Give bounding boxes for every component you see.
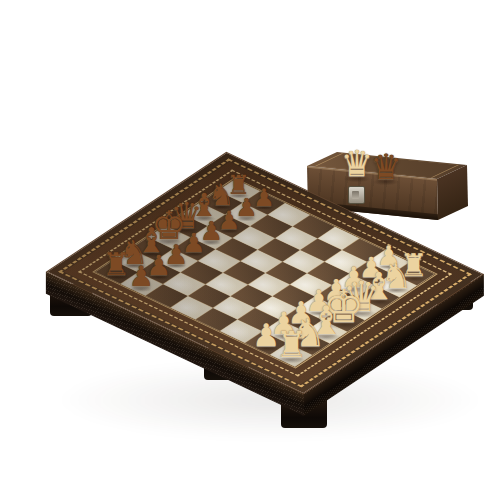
piece-white-queen: ♛ (341, 146, 373, 182)
piece-black-rook: ♜ (102, 249, 130, 280)
pieces-layer: ♛♛♜♞♟♝♟♛♟♚♟♝♟♞♟♟♜♟♟♜♟♟♞♟♝♟♛♟♚♟♝♟♞♜ (0, 0, 500, 500)
piece-white-rook: ♜ (275, 328, 307, 364)
product-photo-scene: ♛♛♜♞♟♝♟♛♟♚♟♝♟♞♟♟♜♟♟♜♟♟♞♟♝♟♛♟♚♟♝♟♞♜ (0, 0, 500, 500)
piece-black-pawn: ♟ (129, 263, 154, 291)
piece-black-queen: ♛ (370, 150, 401, 185)
